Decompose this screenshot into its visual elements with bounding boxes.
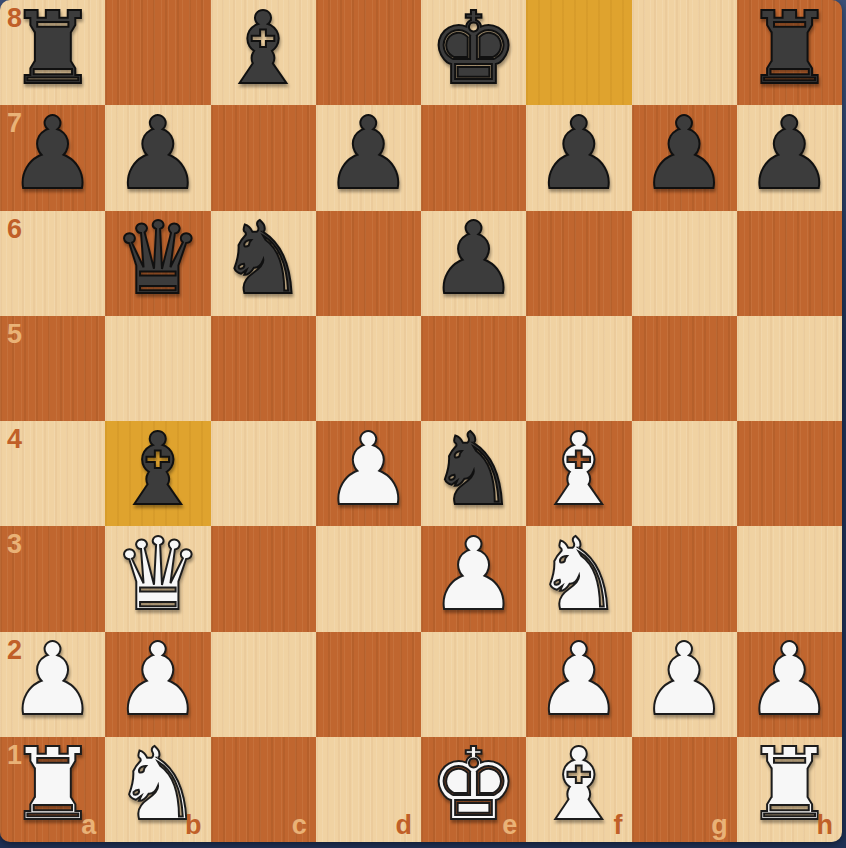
page-background: ♜8♝♚♜♟7♟♟♟♟♟6♛♞♟54♝♟♞♝3♛♟♞♟2♟♟♟♟♜1a♞bcd♚… (0, 0, 846, 848)
square-e5[interactable] (421, 316, 526, 421)
square-g7[interactable]: ♟ (632, 105, 737, 210)
square-a2[interactable]: ♟2 (0, 632, 105, 737)
square-h5[interactable] (737, 316, 842, 421)
square-f8[interactable] (526, 0, 631, 105)
square-e1[interactable]: ♚e (421, 737, 526, 842)
piece-white-rook[interactable]: ♜ (8, 735, 98, 835)
square-c3[interactable] (211, 526, 316, 631)
piece-black-pawn[interactable]: ♟ (324, 104, 414, 204)
piece-white-knight[interactable]: ♞ (113, 735, 203, 835)
rank-label-5: 5 (7, 321, 22, 348)
square-e7[interactable] (421, 105, 526, 210)
square-b5[interactable] (105, 316, 210, 421)
piece-black-bishop[interactable]: ♝ (218, 0, 308, 99)
piece-white-knight[interactable]: ♞ (534, 525, 624, 625)
square-d1[interactable]: d (316, 737, 421, 842)
piece-white-king[interactable]: ♚ (429, 735, 519, 835)
square-b3[interactable]: ♛ (105, 526, 210, 631)
piece-white-queen[interactable]: ♛ (113, 525, 203, 625)
square-h2[interactable]: ♟ (737, 632, 842, 737)
square-a6[interactable]: 6 (0, 211, 105, 316)
square-f5[interactable] (526, 316, 631, 421)
piece-white-pawn[interactable]: ♟ (534, 630, 624, 730)
square-d4[interactable]: ♟ (316, 421, 421, 526)
square-g2[interactable]: ♟ (632, 632, 737, 737)
square-e4[interactable]: ♞ (421, 421, 526, 526)
piece-white-bishop[interactable]: ♝ (534, 420, 624, 520)
piece-black-queen[interactable]: ♛ (113, 209, 203, 309)
square-a4[interactable]: 4 (0, 421, 105, 526)
square-h8[interactable]: ♜ (737, 0, 842, 105)
piece-black-knight[interactable]: ♞ (429, 420, 519, 520)
square-e8[interactable]: ♚ (421, 0, 526, 105)
rank-label-4: 4 (7, 426, 22, 453)
piece-white-pawn[interactable]: ♟ (745, 630, 835, 730)
square-d7[interactable]: ♟ (316, 105, 421, 210)
square-f1[interactable]: ♝f (526, 737, 631, 842)
square-d6[interactable] (316, 211, 421, 316)
square-h1[interactable]: ♜h (737, 737, 842, 842)
piece-black-pawn[interactable]: ♟ (745, 104, 835, 204)
piece-black-rook[interactable]: ♜ (8, 0, 98, 99)
piece-white-pawn[interactable]: ♟ (8, 630, 98, 730)
square-c6[interactable]: ♞ (211, 211, 316, 316)
square-h3[interactable] (737, 526, 842, 631)
square-f3[interactable]: ♞ (526, 526, 631, 631)
square-a5[interactable]: 5 (0, 316, 105, 421)
rank-label-3: 3 (7, 531, 22, 558)
piece-black-bishop[interactable]: ♝ (113, 420, 203, 520)
square-c8[interactable]: ♝ (211, 0, 316, 105)
square-a7[interactable]: ♟7 (0, 105, 105, 210)
square-g8[interactable] (632, 0, 737, 105)
square-g3[interactable] (632, 526, 737, 631)
square-g4[interactable] (632, 421, 737, 526)
square-f7[interactable]: ♟ (526, 105, 631, 210)
square-b4[interactable]: ♝ (105, 421, 210, 526)
piece-black-rook[interactable]: ♜ (745, 0, 835, 99)
square-h6[interactable] (737, 211, 842, 316)
square-b2[interactable]: ♟ (105, 632, 210, 737)
square-e2[interactable] (421, 632, 526, 737)
piece-white-pawn[interactable]: ♟ (113, 630, 203, 730)
square-f2[interactable]: ♟ (526, 632, 631, 737)
square-g1[interactable]: g (632, 737, 737, 842)
square-h7[interactable]: ♟ (737, 105, 842, 210)
square-d5[interactable] (316, 316, 421, 421)
square-g6[interactable] (632, 211, 737, 316)
square-b7[interactable]: ♟ (105, 105, 210, 210)
piece-white-pawn[interactable]: ♟ (324, 420, 414, 520)
square-c5[interactable] (211, 316, 316, 421)
square-c4[interactable] (211, 421, 316, 526)
square-c1[interactable]: c (211, 737, 316, 842)
file-label-d: d (396, 812, 413, 839)
file-label-g: g (711, 812, 728, 839)
square-c7[interactable] (211, 105, 316, 210)
square-a3[interactable]: 3 (0, 526, 105, 631)
square-b6[interactable]: ♛ (105, 211, 210, 316)
piece-black-pawn[interactable]: ♟ (429, 209, 519, 309)
square-a1[interactable]: ♜1a (0, 737, 105, 842)
square-e3[interactable]: ♟ (421, 526, 526, 631)
square-d8[interactable] (316, 0, 421, 105)
piece-black-pawn[interactable]: ♟ (8, 104, 98, 204)
square-d2[interactable] (316, 632, 421, 737)
piece-black-pawn[interactable]: ♟ (639, 104, 729, 204)
square-h4[interactable] (737, 421, 842, 526)
square-f4[interactable]: ♝ (526, 421, 631, 526)
square-b1[interactable]: ♞b (105, 737, 210, 842)
square-d3[interactable] (316, 526, 421, 631)
piece-white-pawn[interactable]: ♟ (429, 525, 519, 625)
piece-black-pawn[interactable]: ♟ (534, 104, 624, 204)
piece-black-pawn[interactable]: ♟ (113, 104, 203, 204)
chess-board: ♜8♝♚♜♟7♟♟♟♟♟6♛♞♟54♝♟♞♝3♛♟♞♟2♟♟♟♟♜1a♞bcd♚… (0, 0, 842, 842)
piece-white-bishop[interactable]: ♝ (534, 735, 624, 835)
square-e6[interactable]: ♟ (421, 211, 526, 316)
square-f6[interactable] (526, 211, 631, 316)
piece-white-rook[interactable]: ♜ (745, 735, 835, 835)
square-g5[interactable] (632, 316, 737, 421)
square-b8[interactable] (105, 0, 210, 105)
square-a8[interactable]: ♜8 (0, 0, 105, 105)
square-c2[interactable] (211, 632, 316, 737)
file-label-c: c (292, 812, 307, 839)
piece-black-knight[interactable]: ♞ (218, 209, 308, 309)
rank-label-6: 6 (7, 216, 22, 243)
piece-white-pawn[interactable]: ♟ (639, 630, 729, 730)
piece-black-king[interactable]: ♚ (429, 0, 519, 99)
